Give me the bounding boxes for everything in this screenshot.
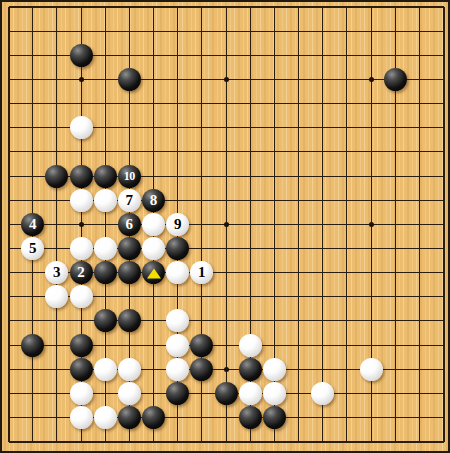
go-board-diagram: 10784695321 [0,0,450,453]
white-stone [118,382,141,405]
black-stone [118,406,141,429]
black-stone [70,334,93,357]
black-stone [70,44,93,67]
white-stone: 7 [118,189,141,212]
star-point [79,222,84,227]
black-stone [239,358,262,381]
black-stone [190,334,213,357]
grid-line-vertical [346,7,347,442]
white-stone [142,237,165,260]
white-stone [360,358,383,381]
grid-line-vertical [322,7,323,442]
white-stone: 3 [45,261,68,284]
grid-line-vertical [298,7,299,442]
triangle-marker [147,268,161,278]
white-stone [70,285,93,308]
black-stone [142,406,165,429]
white-stone: 9 [166,213,189,236]
move-number-label: 1 [198,265,206,280]
black-stone [215,382,238,405]
black-stone [263,406,286,429]
black-stone: 8 [142,189,165,212]
black-stone [94,165,117,188]
move-number-label: 9 [174,216,182,231]
star-point [224,77,229,82]
white-stone [70,116,93,139]
black-stone [70,165,93,188]
black-stone [118,237,141,260]
black-stone: 4 [21,213,44,236]
white-stone: 1 [190,261,213,284]
star-point [79,77,84,82]
move-number-label: 3 [53,265,61,280]
white-stone [166,334,189,357]
star-point [369,77,374,82]
black-stone: 10 [118,165,141,188]
black-stone [94,261,117,284]
white-stone [263,382,286,405]
black-stone [142,261,165,284]
black-stone [45,165,68,188]
white-stone [166,358,189,381]
black-stone: 2 [70,261,93,284]
star-point [224,222,229,227]
grid-line-vertical [443,7,445,442]
black-stone [166,237,189,260]
white-stone [94,237,117,260]
white-stone [94,358,117,381]
grid-line-horizontal [9,441,444,443]
white-stone [70,237,93,260]
move-number-label: 8 [150,192,158,207]
white-stone [118,358,141,381]
move-number-label: 2 [77,265,85,280]
black-stone [118,68,141,91]
move-number-label: 7 [126,192,134,207]
black-stone [118,261,141,284]
grid-line-horizontal [9,320,444,321]
white-stone [239,382,262,405]
black-stone [239,406,262,429]
white-stone [70,382,93,405]
black-stone [94,309,117,332]
white-stone [166,309,189,332]
black-stone [70,358,93,381]
white-stone [45,285,68,308]
black-stone [21,334,44,357]
white-stone [142,213,165,236]
white-stone [70,406,93,429]
black-stone: 6 [118,213,141,236]
white-stone [311,382,334,405]
star-point [224,367,229,372]
white-stone [239,334,262,357]
white-stone: 5 [21,237,44,260]
black-stone [384,68,407,91]
white-stone [94,189,117,212]
grid-line-vertical [419,7,420,442]
move-number-label: 6 [126,216,134,231]
star-point [369,222,374,227]
white-stone [70,189,93,212]
black-stone [166,382,189,405]
move-number-label: 5 [29,241,37,256]
move-number-label: 10 [124,170,135,182]
black-stone [190,358,213,381]
white-stone [94,406,117,429]
black-stone [118,309,141,332]
move-number-label: 4 [29,216,37,231]
white-stone [166,261,189,284]
board-surface[interactable]: 10784695321 [0,0,450,453]
white-stone [263,358,286,381]
